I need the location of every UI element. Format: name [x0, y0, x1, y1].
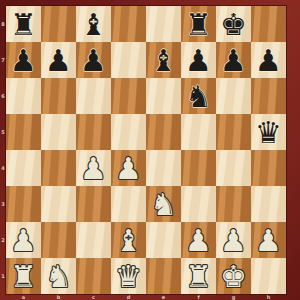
file-label-e: e — [146, 294, 181, 300]
square-f8[interactable]: ♜ — [181, 6, 216, 42]
square-a8[interactable]: ♜ — [6, 6, 41, 42]
square-d2[interactable]: ♝ — [111, 222, 146, 258]
black-pawn-g7[interactable]: ♟ — [216, 42, 251, 78]
square-d3[interactable] — [111, 186, 146, 222]
square-c6[interactable] — [76, 78, 111, 114]
square-h7[interactable]: ♟ — [251, 42, 286, 78]
square-e2[interactable] — [146, 222, 181, 258]
white-knight-b1[interactable]: ♞ — [41, 258, 76, 294]
square-e6[interactable] — [146, 78, 181, 114]
square-g7[interactable]: ♟ — [216, 42, 251, 78]
black-pawn-c7[interactable]: ♟ — [76, 42, 111, 78]
square-d6[interactable] — [111, 78, 146, 114]
square-f5[interactable] — [181, 114, 216, 150]
square-e3[interactable]: ♞ — [146, 186, 181, 222]
square-a4[interactable] — [6, 150, 41, 186]
square-a2[interactable]: ♟ — [6, 222, 41, 258]
white-pawn-g2[interactable]: ♟ — [216, 222, 251, 258]
black-pawn-f7[interactable]: ♟ — [181, 42, 216, 78]
rank-labels: 87654321 — [0, 6, 6, 294]
square-b7[interactable]: ♟ — [41, 42, 76, 78]
square-h2[interactable]: ♟ — [251, 222, 286, 258]
white-rook-a1[interactable]: ♜ — [6, 258, 41, 294]
square-e8[interactable] — [146, 6, 181, 42]
rank-label-8: 8 — [0, 6, 6, 42]
file-label-a: a — [6, 294, 41, 300]
square-f7[interactable]: ♟ — [181, 42, 216, 78]
black-pawn-h7[interactable]: ♟ — [251, 42, 286, 78]
square-c7[interactable]: ♟ — [76, 42, 111, 78]
black-pawn-b7[interactable]: ♟ — [41, 42, 76, 78]
square-a5[interactable] — [6, 114, 41, 150]
white-pawn-h2[interactable]: ♟ — [251, 222, 286, 258]
square-c2[interactable] — [76, 222, 111, 258]
file-label-d: d — [111, 294, 146, 300]
square-b5[interactable] — [41, 114, 76, 150]
square-b2[interactable] — [41, 222, 76, 258]
file-label-c: c — [76, 294, 111, 300]
square-c4[interactable]: ♟ — [76, 150, 111, 186]
square-f2[interactable]: ♟ — [181, 222, 216, 258]
black-pawn-a7[interactable]: ♟ — [6, 42, 41, 78]
square-b1[interactable]: ♞ — [41, 258, 76, 294]
file-label-g: g — [216, 294, 251, 300]
square-a6[interactable] — [6, 78, 41, 114]
square-f3[interactable] — [181, 186, 216, 222]
square-e4[interactable] — [146, 150, 181, 186]
square-h6[interactable] — [251, 78, 286, 114]
rank-label-5: 5 — [0, 114, 6, 150]
square-e5[interactable] — [146, 114, 181, 150]
square-c5[interactable] — [76, 114, 111, 150]
square-h1[interactable] — [251, 258, 286, 294]
chess-board: ♜♝♜♚♟♟♟♝♟♟♟♞♛♟♟♞♟♝♟♟♟♜♞♛♜♚ — [6, 6, 286, 294]
square-h3[interactable] — [251, 186, 286, 222]
file-labels: abcdefgh — [6, 294, 286, 300]
rank-label-6: 6 — [0, 78, 6, 114]
square-g3[interactable] — [216, 186, 251, 222]
square-a3[interactable] — [6, 186, 41, 222]
square-c3[interactable] — [76, 186, 111, 222]
rank-label-2: 2 — [0, 222, 6, 258]
rank-label-4: 4 — [0, 150, 6, 186]
square-e7[interactable]: ♝ — [146, 42, 181, 78]
square-d7[interactable] — [111, 42, 146, 78]
file-label-b: b — [41, 294, 76, 300]
black-bishop-e7[interactable]: ♝ — [146, 42, 181, 78]
square-h5[interactable]: ♛ — [251, 114, 286, 150]
white-pawn-d4[interactable]: ♟ — [111, 150, 146, 186]
square-c1[interactable] — [76, 258, 111, 294]
rank-label-3: 3 — [0, 186, 6, 222]
square-g8[interactable]: ♚ — [216, 6, 251, 42]
black-rook-a8[interactable]: ♜ — [6, 6, 41, 42]
square-b8[interactable] — [41, 6, 76, 42]
square-h4[interactable] — [251, 150, 286, 186]
square-f1[interactable]: ♜ — [181, 258, 216, 294]
square-g6[interactable] — [216, 78, 251, 114]
white-pawn-f2[interactable]: ♟ — [181, 222, 216, 258]
file-label-f: f — [181, 294, 216, 300]
square-d8[interactable] — [111, 6, 146, 42]
black-knight-f6[interactable]: ♞ — [181, 78, 216, 114]
white-king-g1[interactable]: ♚ — [216, 258, 251, 294]
black-king-g8[interactable]: ♚ — [216, 6, 251, 42]
square-d4[interactable]: ♟ — [111, 150, 146, 186]
square-g1[interactable]: ♚ — [216, 258, 251, 294]
square-b4[interactable] — [41, 150, 76, 186]
chess-board-frame: ♜♝♜♚♟♟♟♝♟♟♟♞♛♟♟♞♟♝♟♟♟♜♞♛♜♚ 87654321 abcd… — [0, 0, 300, 300]
white-pawn-a2[interactable]: ♟ — [6, 222, 41, 258]
file-label-h: h — [251, 294, 286, 300]
square-a7[interactable]: ♟ — [6, 42, 41, 78]
square-c8[interactable]: ♝ — [76, 6, 111, 42]
square-g4[interactable] — [216, 150, 251, 186]
square-d5[interactable] — [111, 114, 146, 150]
black-queen-h5[interactable]: ♛ — [251, 114, 286, 150]
square-e1[interactable] — [146, 258, 181, 294]
white-pawn-c4[interactable]: ♟ — [76, 150, 111, 186]
square-g2[interactable]: ♟ — [216, 222, 251, 258]
square-b6[interactable] — [41, 78, 76, 114]
black-rook-f8[interactable]: ♜ — [181, 6, 216, 42]
white-bishop-d2[interactable]: ♝ — [111, 222, 146, 258]
rank-label-1: 1 — [0, 258, 6, 294]
square-a1[interactable]: ♜ — [6, 258, 41, 294]
white-queen-d1[interactable]: ♛ — [111, 258, 146, 294]
white-rook-f1[interactable]: ♜ — [181, 258, 216, 294]
square-f4[interactable] — [181, 150, 216, 186]
square-h8[interactable] — [251, 6, 286, 42]
black-bishop-c8[interactable]: ♝ — [76, 6, 111, 42]
white-knight-e3[interactable]: ♞ — [146, 186, 181, 222]
square-g5[interactable] — [216, 114, 251, 150]
rank-label-7: 7 — [0, 42, 6, 78]
square-d1[interactable]: ♛ — [111, 258, 146, 294]
square-b3[interactable] — [41, 186, 76, 222]
square-f6[interactable]: ♞ — [181, 78, 216, 114]
